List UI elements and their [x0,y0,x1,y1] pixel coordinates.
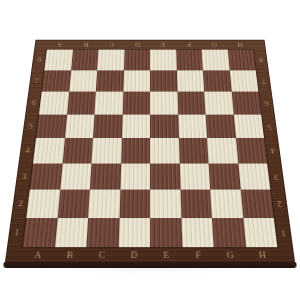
file-label-top-b: B [73,40,99,50]
square-c4[interactable] [91,138,121,163]
square-e8[interactable] [150,50,176,70]
square-e3[interactable] [150,163,180,189]
square-e6[interactable] [150,92,178,115]
square-b5[interactable] [65,114,95,138]
square-f8[interactable] [176,50,203,70]
rank-label-right-6: 6 [258,92,274,115]
square-f4[interactable] [179,138,209,163]
square-a2[interactable] [26,190,59,218]
square-c6[interactable] [94,92,122,115]
rank-label-right-7: 7 [256,70,272,92]
square-a5[interactable] [36,114,67,138]
square-h6[interactable] [231,92,261,115]
file-label-top-f: F [175,40,201,50]
rank-label-right-2: 2 [270,190,289,218]
file-labels-bottom: ABCDEFGH [21,247,279,262]
square-c1[interactable] [86,218,119,248]
square-d5[interactable] [122,114,151,138]
square-h8[interactable] [227,50,255,70]
rank-label-right-1: 1 [274,218,293,248]
square-a3[interactable] [30,163,63,189]
square-f3[interactable] [179,163,210,189]
file-labels-top: ABCDEFGH [47,40,253,50]
square-h7[interactable] [229,70,258,92]
square-h5[interactable] [233,114,264,138]
file-label-top-c: C [98,40,124,50]
rank-label-left-6: 6 [25,92,41,115]
square-h3[interactable] [238,163,271,189]
square-c2[interactable] [88,190,120,218]
square-h1[interactable] [243,218,278,248]
square-c3[interactable] [90,163,121,189]
square-a1[interactable] [23,218,58,248]
rank-label-right-4: 4 [264,138,281,163]
square-c5[interactable] [93,114,122,138]
file-label-bottom-d: D [118,247,150,262]
file-label-bottom-h: H [246,247,280,262]
rank-label-right-3: 3 [267,163,285,189]
square-e7[interactable] [150,70,177,92]
photo-background: ABCDEFGH ABCDEFGH 87654321 87654321 [0,0,300,300]
square-g7[interactable] [203,70,231,92]
rank-label-left-4: 4 [19,138,36,163]
square-g5[interactable] [206,114,236,138]
square-f2[interactable] [180,190,212,218]
square-c7[interactable] [96,70,124,92]
square-e1[interactable] [150,218,182,248]
square-h4[interactable] [236,138,268,163]
square-d6[interactable] [122,92,150,115]
square-f6[interactable] [177,92,205,115]
rank-label-right-8: 8 [253,50,268,70]
square-g8[interactable] [202,50,230,70]
file-label-top-g: G [201,40,227,50]
board-edge [3,262,297,268]
rank-label-left-5: 5 [22,114,39,138]
square-a7[interactable] [42,70,71,92]
square-g1[interactable] [212,218,246,248]
square-a6[interactable] [39,92,69,115]
square-b1[interactable] [54,218,88,248]
file-label-top-d: D [124,40,150,50]
file-label-top-a: A [47,40,74,50]
square-a4[interactable] [33,138,65,163]
file-label-bottom-f: F [182,247,215,262]
square-a8[interactable] [44,50,72,70]
file-label-bottom-b: B [53,247,86,262]
square-d3[interactable] [120,163,150,189]
square-e5[interactable] [150,114,179,138]
square-g4[interactable] [207,138,238,163]
board-squares [23,50,278,248]
file-label-bottom-a: A [21,247,55,262]
square-d2[interactable] [119,190,150,218]
square-b6[interactable] [67,92,96,115]
square-e2[interactable] [150,190,181,218]
square-d1[interactable] [118,218,150,248]
square-b2[interactable] [57,190,90,218]
square-g6[interactable] [204,92,233,115]
square-d4[interactable] [121,138,150,163]
square-h2[interactable] [240,190,273,218]
file-label-top-h: H [226,40,253,50]
square-e4[interactable] [150,138,179,163]
file-label-bottom-c: C [85,247,118,262]
board-frame: ABCDEFGH ABCDEFGH 87654321 87654321 [5,40,295,263]
rank-label-left-7: 7 [28,70,44,92]
rank-label-left-8: 8 [31,50,46,70]
rank-label-right-5: 5 [261,114,278,138]
square-b8[interactable] [71,50,99,70]
square-b7[interactable] [69,70,97,92]
file-label-top-e: E [150,40,176,50]
chess-board: ABCDEFGH ABCDEFGH 87654321 87654321 [5,40,295,263]
square-g2[interactable] [210,190,243,218]
square-d7[interactable] [123,70,150,92]
file-label-bottom-e: E [150,247,182,262]
square-g3[interactable] [209,163,241,189]
file-label-bottom-g: G [214,247,247,262]
square-d8[interactable] [124,50,150,70]
square-f7[interactable] [176,70,204,92]
square-f5[interactable] [178,114,207,138]
square-c8[interactable] [97,50,124,70]
square-f1[interactable] [181,218,214,248]
square-b4[interactable] [62,138,93,163]
square-b3[interactable] [60,163,92,189]
